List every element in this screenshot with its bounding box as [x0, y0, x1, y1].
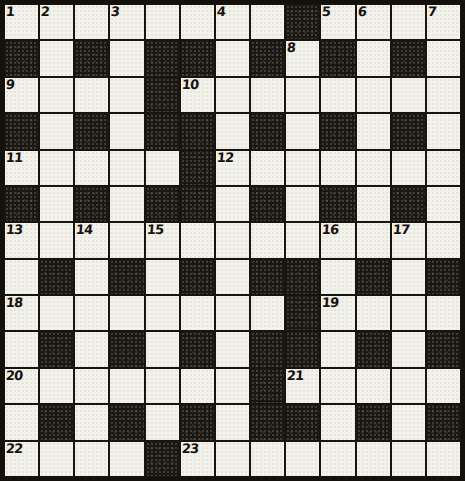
white-cell-r4c10[interactable] [357, 151, 390, 185]
black-cell-r1c11 [392, 41, 425, 75]
white-cell-r0c12[interactable]: 7 [427, 5, 460, 39]
white-cell-r10c1[interactable] [40, 369, 73, 403]
white-cell-r11c0[interactable] [5, 405, 38, 439]
white-cell-r12c0[interactable]: 22 [5, 442, 38, 476]
white-cell-r4c3[interactable] [110, 151, 143, 185]
black-cell-r5c4 [146, 187, 179, 221]
white-cell-r10c12[interactable] [427, 369, 460, 403]
white-cell-r7c0[interactable] [5, 260, 38, 294]
white-cell-r12c6[interactable] [216, 442, 249, 476]
black-cell-r4c5 [181, 151, 214, 185]
white-cell-r6c10[interactable] [357, 223, 390, 257]
black-cell-r1c7 [251, 41, 284, 75]
white-cell-r11c11[interactable] [392, 405, 425, 439]
white-cell-r9c11[interactable] [392, 332, 425, 366]
white-cell-r10c2[interactable] [75, 369, 108, 403]
black-cell-r7c12 [427, 260, 460, 294]
white-cell-r2c10[interactable] [357, 78, 390, 112]
black-cell-r7c8 [286, 260, 319, 294]
white-cell-r4c11[interactable] [392, 151, 425, 185]
white-cell-r10c9[interactable] [321, 369, 354, 403]
clue-number: 23 [181, 442, 198, 455]
black-cell-r10c7 [251, 369, 284, 403]
white-cell-r6c11[interactable]: 17 [392, 223, 425, 257]
white-cell-r6c3[interactable] [110, 223, 143, 257]
white-cell-r3c1[interactable] [40, 114, 73, 148]
white-cell-r5c6[interactable] [216, 187, 249, 221]
white-cell-r10c0[interactable]: 20 [5, 369, 38, 403]
white-cell-r3c3[interactable] [110, 114, 143, 148]
black-cell-r5c2 [75, 187, 108, 221]
black-cell-r3c2 [75, 114, 108, 148]
white-cell-r6c6[interactable] [216, 223, 249, 257]
white-cell-r4c7[interactable] [251, 151, 284, 185]
clue-number: 6 [357, 5, 366, 18]
white-cell-r0c3[interactable]: 3 [110, 5, 143, 39]
black-cell-r3c9 [321, 114, 354, 148]
white-cell-r0c7[interactable] [251, 5, 284, 39]
white-cell-r5c3[interactable] [110, 187, 143, 221]
clue-number: 5 [322, 5, 331, 18]
white-cell-r3c12[interactable] [427, 114, 460, 148]
black-cell-r11c12 [427, 405, 460, 439]
white-cell-r8c4[interactable] [146, 296, 179, 330]
crossword-grid: 1234567891011121314151617181920212223 [0, 0, 465, 481]
white-cell-r12c2[interactable] [75, 442, 108, 476]
white-cell-r5c1[interactable] [40, 187, 73, 221]
white-cell-r4c0[interactable]: 11 [5, 151, 38, 185]
white-cell-r10c11[interactable] [392, 369, 425, 403]
black-cell-r11c3 [110, 405, 143, 439]
white-cell-r10c5[interactable] [181, 369, 214, 403]
white-cell-r6c9[interactable]: 16 [321, 223, 354, 257]
black-cell-r11c5 [181, 405, 214, 439]
clue-number: 2 [41, 5, 50, 18]
white-cell-r12c12[interactable] [427, 442, 460, 476]
white-cell-r10c10[interactable] [357, 369, 390, 403]
black-cell-r9c8 [286, 332, 319, 366]
white-cell-r7c9[interactable] [321, 260, 354, 294]
white-cell-r6c7[interactable] [251, 223, 284, 257]
clue-number: 19 [322, 296, 339, 309]
white-cell-r2c12[interactable] [427, 78, 460, 112]
black-cell-r9c5 [181, 332, 214, 366]
white-cell-r12c10[interactable] [357, 442, 390, 476]
black-cell-r3c7 [251, 114, 284, 148]
white-cell-r11c2[interactable] [75, 405, 108, 439]
black-cell-r11c7 [251, 405, 284, 439]
black-cell-r5c7 [251, 187, 284, 221]
white-cell-r5c12[interactable] [427, 187, 460, 221]
clue-number: 21 [287, 369, 304, 382]
clue-number: 3 [111, 5, 120, 18]
white-cell-r0c4[interactable] [146, 5, 179, 39]
black-cell-r9c7 [251, 332, 284, 366]
black-cell-r0c8 [286, 5, 319, 39]
black-cell-r1c0 [5, 41, 38, 75]
white-cell-r6c2[interactable]: 14 [75, 223, 108, 257]
black-cell-r11c8 [286, 405, 319, 439]
clue-number: 8 [287, 41, 296, 54]
white-cell-r8c10[interactable] [357, 296, 390, 330]
white-cell-r2c0[interactable]: 9 [5, 78, 38, 112]
white-cell-r12c3[interactable] [110, 442, 143, 476]
white-cell-r7c2[interactable] [75, 260, 108, 294]
white-cell-r9c4[interactable] [146, 332, 179, 366]
clue-number: 10 [181, 78, 198, 91]
white-cell-r11c9[interactable] [321, 405, 354, 439]
white-cell-r4c12[interactable] [427, 151, 460, 185]
white-cell-r2c2[interactable] [75, 78, 108, 112]
white-cell-r4c6[interactable]: 12 [216, 151, 249, 185]
black-cell-r1c2 [75, 41, 108, 75]
white-cell-r6c4[interactable]: 15 [146, 223, 179, 257]
white-cell-r12c7[interactable] [251, 442, 284, 476]
white-cell-r8c6[interactable] [216, 296, 249, 330]
white-cell-r6c1[interactable] [40, 223, 73, 257]
white-cell-r3c6[interactable] [216, 114, 249, 148]
white-cell-r12c1[interactable] [40, 442, 73, 476]
white-cell-r2c9[interactable] [321, 78, 354, 112]
black-cell-r1c5 [181, 41, 214, 75]
white-cell-r8c3[interactable] [110, 296, 143, 330]
white-cell-r11c4[interactable] [146, 405, 179, 439]
white-cell-r6c0[interactable]: 13 [5, 223, 38, 257]
white-cell-r8c0[interactable]: 18 [5, 296, 38, 330]
white-cell-r2c11[interactable] [392, 78, 425, 112]
white-cell-r11c6[interactable] [216, 405, 249, 439]
clue-number: 4 [216, 5, 225, 18]
white-cell-r4c1[interactable] [40, 151, 73, 185]
white-cell-r0c6[interactable]: 4 [216, 5, 249, 39]
white-cell-r7c6[interactable] [216, 260, 249, 294]
clue-number: 22 [5, 442, 22, 455]
black-cell-r5c11 [392, 187, 425, 221]
white-cell-r9c0[interactable] [5, 332, 38, 366]
white-cell-r1c10[interactable] [357, 41, 390, 75]
white-cell-r8c12[interactable] [427, 296, 460, 330]
white-cell-r3c10[interactable] [357, 114, 390, 148]
white-cell-r2c6[interactable] [216, 78, 249, 112]
white-cell-r2c7[interactable] [251, 78, 284, 112]
black-cell-r8c8 [286, 296, 319, 330]
white-cell-r9c9[interactable] [321, 332, 354, 366]
white-cell-r1c3[interactable] [110, 41, 143, 75]
white-cell-r12c11[interactable] [392, 442, 425, 476]
clue-number: 16 [322, 223, 339, 236]
white-cell-r9c2[interactable] [75, 332, 108, 366]
white-cell-r2c1[interactable] [40, 78, 73, 112]
black-cell-r3c5 [181, 114, 214, 148]
white-cell-r2c8[interactable] [286, 78, 319, 112]
black-cell-r12c4 [146, 442, 179, 476]
white-cell-r4c9[interactable] [321, 151, 354, 185]
white-cell-r10c4[interactable] [146, 369, 179, 403]
white-cell-r0c0[interactable]: 1 [5, 5, 38, 39]
white-cell-r0c5[interactable] [181, 5, 214, 39]
clue-number: 15 [146, 223, 163, 236]
clue-number: 20 [5, 369, 22, 382]
white-cell-r10c3[interactable] [110, 369, 143, 403]
clue-number: 11 [5, 151, 22, 164]
black-cell-r7c1 [40, 260, 73, 294]
white-cell-r0c9[interactable]: 5 [321, 5, 354, 39]
white-cell-r0c2[interactable] [75, 5, 108, 39]
white-cell-r7c4[interactable] [146, 260, 179, 294]
clue-number: 1 [5, 5, 14, 18]
white-cell-r2c5[interactable]: 10 [181, 78, 214, 112]
white-cell-r6c12[interactable] [427, 223, 460, 257]
white-cell-r8c5[interactable] [181, 296, 214, 330]
white-cell-r1c6[interactable] [216, 41, 249, 75]
white-cell-r12c9[interactable] [321, 442, 354, 476]
black-cell-r9c3 [110, 332, 143, 366]
white-cell-r0c10[interactable]: 6 [357, 5, 390, 39]
white-cell-r4c8[interactable] [286, 151, 319, 185]
black-cell-r7c5 [181, 260, 214, 294]
white-cell-r0c1[interactable]: 2 [40, 5, 73, 39]
white-cell-r12c5[interactable]: 23 [181, 442, 214, 476]
white-cell-r8c9[interactable]: 19 [321, 296, 354, 330]
white-cell-r4c2[interactable] [75, 151, 108, 185]
black-cell-r7c7 [251, 260, 284, 294]
white-cell-r6c8[interactable] [286, 223, 319, 257]
white-cell-r6c5[interactable] [181, 223, 214, 257]
black-cell-r5c5 [181, 187, 214, 221]
black-cell-r3c4 [146, 114, 179, 148]
white-cell-r8c1[interactable] [40, 296, 73, 330]
white-cell-r5c8[interactable] [286, 187, 319, 221]
white-cell-r0c11[interactable] [392, 5, 425, 39]
black-cell-r5c9 [321, 187, 354, 221]
black-cell-r9c12 [427, 332, 460, 366]
black-cell-r1c4 [146, 41, 179, 75]
black-cell-r9c10 [357, 332, 390, 366]
white-cell-r10c8[interactable]: 21 [286, 369, 319, 403]
black-cell-r2c4 [146, 78, 179, 112]
white-cell-r8c2[interactable] [75, 296, 108, 330]
black-cell-r7c3 [110, 260, 143, 294]
clue-number: 9 [5, 78, 14, 91]
black-cell-r11c1 [40, 405, 73, 439]
clue-number: 13 [5, 223, 22, 236]
white-cell-r10c6[interactable] [216, 369, 249, 403]
white-cell-r8c11[interactable] [392, 296, 425, 330]
black-cell-r3c0 [5, 114, 38, 148]
white-cell-r7c11[interactable] [392, 260, 425, 294]
black-cell-r7c10 [357, 260, 390, 294]
white-cell-r1c1[interactable] [40, 41, 73, 75]
white-cell-r9c6[interactable] [216, 332, 249, 366]
white-cell-r4c4[interactable] [146, 151, 179, 185]
clue-number: 14 [76, 223, 93, 236]
black-cell-r1c9 [321, 41, 354, 75]
white-cell-r5c10[interactable] [357, 187, 390, 221]
black-cell-r5c0 [5, 187, 38, 221]
white-cell-r3c8[interactable] [286, 114, 319, 148]
clue-number: 17 [392, 223, 409, 236]
white-cell-r1c8[interactable]: 8 [286, 41, 319, 75]
white-cell-r12c8[interactable] [286, 442, 319, 476]
clue-number: 7 [427, 5, 436, 18]
black-cell-r11c10 [357, 405, 390, 439]
white-cell-r2c3[interactable] [110, 78, 143, 112]
clue-number: 12 [216, 151, 233, 164]
black-cell-r9c1 [40, 332, 73, 366]
black-cell-r3c11 [392, 114, 425, 148]
clue-number: 18 [5, 296, 22, 309]
white-cell-r8c7[interactable] [251, 296, 284, 330]
white-cell-r1c12[interactable] [427, 41, 460, 75]
